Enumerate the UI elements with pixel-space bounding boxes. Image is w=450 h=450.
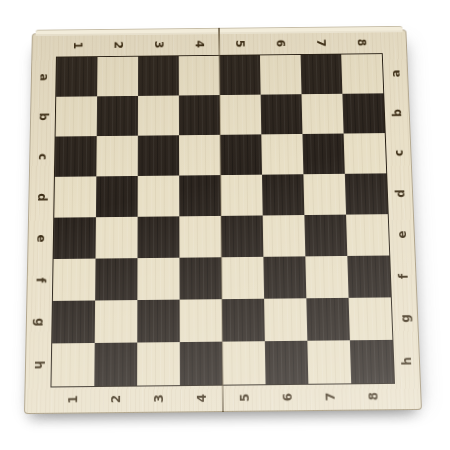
square-f3[interactable] <box>137 258 179 300</box>
square-d1[interactable] <box>54 176 96 217</box>
square-a3[interactable] <box>138 56 179 96</box>
square-g7[interactable] <box>306 298 350 341</box>
square-b5[interactable] <box>220 95 262 135</box>
square-a6[interactable] <box>260 55 302 95</box>
square-a7[interactable] <box>301 55 343 95</box>
square-c1[interactable] <box>55 136 97 177</box>
square-e8[interactable] <box>346 214 389 256</box>
square-h2[interactable] <box>94 343 137 386</box>
square-f2[interactable] <box>95 258 137 300</box>
square-a5[interactable] <box>219 55 260 95</box>
square-d2[interactable] <box>96 176 138 217</box>
square-d7[interactable] <box>303 174 346 215</box>
square-e7[interactable] <box>304 215 347 257</box>
square-d4[interactable] <box>179 175 221 216</box>
square-b8[interactable] <box>342 93 384 133</box>
square-d8[interactable] <box>345 173 388 214</box>
square-f7[interactable] <box>305 256 348 298</box>
square-d5[interactable] <box>221 175 263 216</box>
square-e3[interactable] <box>137 216 179 258</box>
square-e2[interactable] <box>96 217 138 259</box>
square-b2[interactable] <box>97 96 138 136</box>
square-g2[interactable] <box>95 300 138 343</box>
square-g4[interactable] <box>180 299 223 342</box>
square-h5[interactable] <box>222 341 265 384</box>
square-h1[interactable] <box>51 343 94 386</box>
square-d3[interactable] <box>138 176 180 217</box>
square-f5[interactable] <box>221 257 264 299</box>
square-f8[interactable] <box>347 256 391 298</box>
square-c3[interactable] <box>138 135 179 176</box>
square-a1[interactable] <box>56 57 97 97</box>
square-h7[interactable] <box>307 340 351 383</box>
square-e6[interactable] <box>263 215 306 257</box>
square-h4[interactable] <box>180 342 223 385</box>
square-h8[interactable] <box>350 340 394 383</box>
square-b6[interactable] <box>261 94 303 134</box>
square-f1[interactable] <box>53 259 96 301</box>
square-c5[interactable] <box>220 134 262 175</box>
square-e5[interactable] <box>221 215 263 257</box>
square-g6[interactable] <box>264 298 307 341</box>
square-b3[interactable] <box>138 95 179 135</box>
square-g3[interactable] <box>137 300 180 343</box>
square-a2[interactable] <box>97 57 138 97</box>
square-g5[interactable] <box>222 299 265 342</box>
square-a8[interactable] <box>341 54 383 94</box>
square-c8[interactable] <box>344 133 387 174</box>
square-b7[interactable] <box>301 94 343 134</box>
square-f4[interactable] <box>179 257 221 299</box>
square-a4[interactable] <box>179 56 220 96</box>
square-c4[interactable] <box>179 135 221 176</box>
square-d6[interactable] <box>262 174 304 215</box>
square-h3[interactable] <box>137 342 180 385</box>
chessboard: 12345678 12345678 abcdefgh abcdefgh <box>24 29 422 414</box>
square-e4[interactable] <box>179 216 221 258</box>
square-h6[interactable] <box>265 341 309 384</box>
square-b1[interactable] <box>56 96 98 136</box>
square-c7[interactable] <box>302 134 344 175</box>
square-g1[interactable] <box>52 300 95 343</box>
photo-background: 12345678 12345678 abcdefgh abcdefgh <box>0 0 450 450</box>
board-scene: 12345678 12345678 abcdefgh abcdefgh <box>24 14 420 410</box>
square-c6[interactable] <box>261 134 303 175</box>
square-f6[interactable] <box>263 256 306 298</box>
square-e1[interactable] <box>54 217 96 259</box>
square-c2[interactable] <box>96 136 138 177</box>
square-g8[interactable] <box>349 297 393 340</box>
square-b4[interactable] <box>179 95 220 135</box>
